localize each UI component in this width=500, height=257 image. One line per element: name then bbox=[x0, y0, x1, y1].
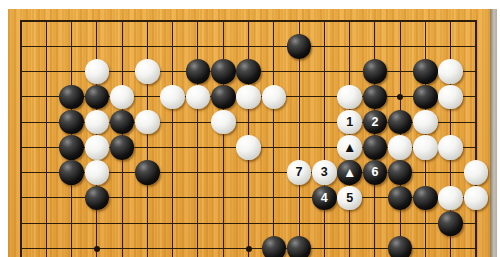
star-point bbox=[94, 246, 100, 252]
move-number-label: 1 bbox=[346, 116, 353, 129]
move-number-label: 5 bbox=[346, 192, 353, 205]
stone-white[interactable] bbox=[236, 135, 261, 160]
stone-black[interactable]: 6 bbox=[363, 160, 388, 185]
stone-black[interactable] bbox=[438, 211, 463, 236]
stone-white[interactable] bbox=[135, 110, 160, 135]
stone-black[interactable] bbox=[363, 59, 388, 84]
stone-white[interactable]: ▲ bbox=[337, 135, 362, 160]
stone-white[interactable] bbox=[464, 160, 489, 185]
stone-white[interactable] bbox=[337, 85, 362, 110]
stone-black[interactable] bbox=[59, 110, 84, 135]
stone-black[interactable] bbox=[363, 135, 388, 160]
stone-black[interactable] bbox=[85, 85, 110, 110]
stone-white[interactable] bbox=[85, 160, 110, 185]
stone-black[interactable] bbox=[186, 59, 211, 84]
stone-white[interactable] bbox=[438, 135, 463, 160]
grid-line-vertical bbox=[197, 20, 198, 257]
triangle-mark: ▲ bbox=[343, 165, 356, 179]
stone-white[interactable] bbox=[438, 186, 463, 211]
star-point bbox=[246, 246, 252, 252]
stone-black[interactable] bbox=[135, 160, 160, 185]
grid-line-vertical bbox=[20, 20, 22, 257]
stone-black[interactable] bbox=[363, 85, 388, 110]
stone-black[interactable] bbox=[287, 236, 312, 257]
board-right-edge bbox=[490, 9, 497, 257]
stone-black[interactable] bbox=[59, 160, 84, 185]
stone-white[interactable] bbox=[262, 85, 287, 110]
move-number-label: 4 bbox=[321, 192, 328, 205]
grid-line-horizontal bbox=[20, 20, 477, 22]
stone-white[interactable] bbox=[186, 85, 211, 110]
stone-white[interactable] bbox=[438, 59, 463, 84]
stone-black[interactable] bbox=[85, 186, 110, 211]
move-number-label: 7 bbox=[296, 166, 303, 179]
move-number-label: 6 bbox=[371, 166, 378, 179]
stone-white[interactable] bbox=[438, 85, 463, 110]
stone-black[interactable] bbox=[236, 59, 261, 84]
grid-line-vertical bbox=[46, 20, 47, 257]
stone-white[interactable] bbox=[413, 135, 438, 160]
stone-white[interactable]: 3 bbox=[312, 160, 337, 185]
grid-line-vertical bbox=[147, 20, 148, 257]
stone-white[interactable]: 5 bbox=[337, 186, 362, 211]
stone-white[interactable]: 1 bbox=[337, 110, 362, 135]
move-number-label: 3 bbox=[321, 166, 328, 179]
stone-white[interactable] bbox=[413, 110, 438, 135]
stone-black[interactable] bbox=[59, 135, 84, 160]
stone-black[interactable] bbox=[287, 34, 312, 59]
grid-line-vertical bbox=[223, 20, 224, 257]
grid-line-horizontal bbox=[20, 46, 477, 47]
stone-black[interactable] bbox=[110, 135, 135, 160]
stone-black[interactable] bbox=[59, 85, 84, 110]
move-number-label: 2 bbox=[371, 116, 378, 129]
stone-white[interactable] bbox=[211, 110, 236, 135]
star-point bbox=[397, 94, 403, 100]
stone-white[interactable] bbox=[160, 85, 185, 110]
go-diagram-screenshot: 12▲73▲645 bbox=[0, 0, 500, 257]
stone-white[interactable] bbox=[388, 135, 413, 160]
stone-black[interactable] bbox=[211, 59, 236, 84]
stone-black[interactable] bbox=[262, 236, 287, 257]
stone-black[interactable] bbox=[388, 236, 413, 257]
stone-white[interactable] bbox=[236, 85, 261, 110]
stone-black[interactable] bbox=[413, 59, 438, 84]
stone-black[interactable] bbox=[211, 85, 236, 110]
stone-white[interactable]: 7 bbox=[287, 160, 312, 185]
stone-white[interactable] bbox=[85, 135, 110, 160]
grid-line-vertical bbox=[273, 20, 274, 257]
stone-white[interactable] bbox=[85, 59, 110, 84]
grid-line-vertical bbox=[172, 20, 173, 257]
grid-line-horizontal bbox=[20, 223, 477, 224]
stone-white[interactable] bbox=[135, 59, 160, 84]
triangle-mark: ▲ bbox=[343, 140, 356, 154]
grid-line-vertical bbox=[324, 20, 325, 257]
stone-black[interactable] bbox=[413, 186, 438, 211]
stone-black[interactable]: 4 bbox=[312, 186, 337, 211]
stone-black[interactable]: ▲ bbox=[337, 160, 362, 185]
grid-line-vertical bbox=[475, 20, 477, 257]
stone-black[interactable] bbox=[413, 85, 438, 110]
